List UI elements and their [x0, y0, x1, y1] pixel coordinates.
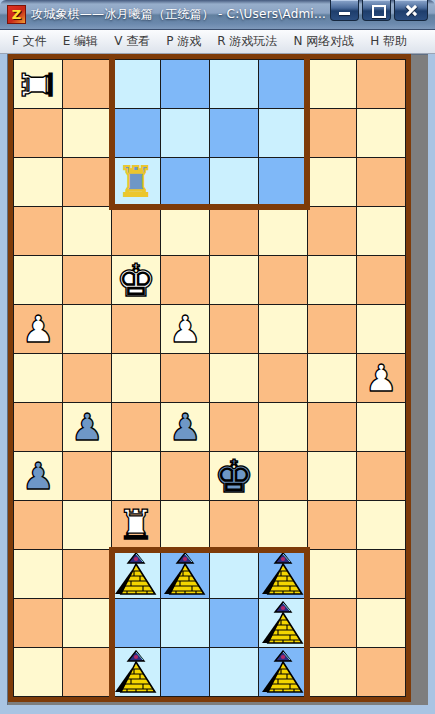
- square-r10c1[interactable]: [63, 550, 111, 598]
- square-r7c7[interactable]: [357, 403, 405, 451]
- piece-blue-pawn[interactable]: ♟: [21, 458, 54, 495]
- square-r8c2[interactable]: [112, 452, 160, 500]
- pyramid-piece[interactable]: [163, 552, 207, 596]
- square-r6c1[interactable]: [63, 354, 111, 402]
- square-r4c7[interactable]: [357, 256, 405, 304]
- square-r5c3[interactable]: ♟: [161, 305, 209, 353]
- square-r7c2[interactable]: [112, 403, 160, 451]
- menu-edit[interactable]: E 编辑: [55, 30, 106, 53]
- piece-white-pawn[interactable]: ♟: [168, 311, 201, 348]
- square-r8c3[interactable]: [161, 452, 209, 500]
- square-r0c7[interactable]: [357, 60, 405, 108]
- square-r7c3[interactable]: ♟: [161, 403, 209, 451]
- square-r8c7[interactable]: [357, 452, 405, 500]
- menu-rules[interactable]: R 游戏玩法: [209, 30, 285, 53]
- square-r11c0[interactable]: [14, 599, 62, 647]
- square-r8c6[interactable]: [308, 452, 356, 500]
- square-r10c3[interactable]: [161, 550, 209, 598]
- square-r5c7[interactable]: [357, 305, 405, 353]
- square-r2c2[interactable]: ♜: [112, 158, 160, 206]
- square-r12c4[interactable]: [210, 648, 258, 696]
- piece-white-rook-sideways[interactable]: ♜: [17, 66, 58, 103]
- minimize-button[interactable]: [330, 0, 359, 21]
- square-r12c6[interactable]: [308, 648, 356, 696]
- square-r11c6[interactable]: [308, 599, 356, 647]
- window-title: 攻城象棋——冰月曦篇（正统篇） - C:\Users\Admi...: [31, 6, 326, 23]
- square-r1c2[interactable]: [112, 109, 160, 157]
- menu-file[interactable]: F 文件: [4, 30, 55, 53]
- app-window: Z 攻城象棋——冰月曦篇（正统篇） - C:\Users\Admi... F 文…: [0, 0, 435, 714]
- square-r11c1[interactable]: [63, 599, 111, 647]
- square-r4c3[interactable]: [161, 256, 209, 304]
- title-bar[interactable]: Z 攻城象棋——冰月曦篇（正统篇） - C:\Users\Admi...: [0, 0, 435, 30]
- square-r0c1[interactable]: [63, 60, 111, 108]
- piece-blue-pawn[interactable]: ♟: [70, 409, 103, 446]
- square-r4c2[interactable]: ♚: [112, 256, 160, 304]
- piece-blue-pawn[interactable]: ♟: [168, 409, 201, 446]
- maximize-icon: [372, 5, 386, 18]
- square-r2c7[interactable]: [357, 158, 405, 206]
- square-r2c6[interactable]: [308, 158, 356, 206]
- square-r9c7[interactable]: [357, 501, 405, 549]
- square-r11c3[interactable]: [161, 599, 209, 647]
- pyramid-piece[interactable]: [114, 650, 158, 694]
- square-r11c2[interactable]: [112, 599, 160, 647]
- square-r6c4[interactable]: [210, 354, 258, 402]
- square-r2c5[interactable]: [259, 158, 307, 206]
- piece-blue-king[interactable]: ♚: [214, 454, 254, 499]
- square-r3c6[interactable]: [308, 207, 356, 255]
- pyramid-piece[interactable]: [114, 552, 158, 596]
- pyramid-piece[interactable]: [261, 552, 305, 596]
- window-controls: [330, 0, 428, 21]
- piece-blue-rook[interactable]: ♜: [118, 162, 155, 203]
- square-r6c6[interactable]: [308, 354, 356, 402]
- square-r9c1[interactable]: [63, 501, 111, 549]
- square-r5c6[interactable]: [308, 305, 356, 353]
- app-icon-letter: Z: [12, 8, 21, 21]
- square-r5c0[interactable]: ♟: [14, 305, 62, 353]
- close-button[interactable]: [394, 0, 428, 21]
- square-r3c4[interactable]: [210, 207, 258, 255]
- square-r9c3[interactable]: [161, 501, 209, 549]
- square-r6c3[interactable]: [161, 354, 209, 402]
- square-r1c5[interactable]: [259, 109, 307, 157]
- square-r2c3[interactable]: [161, 158, 209, 206]
- square-r12c7[interactable]: [357, 648, 405, 696]
- minimize-icon: [339, 12, 350, 15]
- square-r9c0[interactable]: [14, 501, 62, 549]
- square-r8c0[interactable]: ♟: [14, 452, 62, 500]
- square-r5c2[interactable]: [112, 305, 160, 353]
- square-r12c5[interactable]: [259, 648, 307, 696]
- square-r0c4[interactable]: [210, 60, 258, 108]
- square-r0c0[interactable]: ♜: [14, 60, 62, 108]
- square-r8c5[interactable]: [259, 452, 307, 500]
- square-r7c5[interactable]: [259, 403, 307, 451]
- square-r2c4[interactable]: [210, 158, 258, 206]
- square-r1c4[interactable]: [210, 109, 258, 157]
- square-r6c7[interactable]: ♟: [357, 354, 405, 402]
- square-r9c6[interactable]: [308, 501, 356, 549]
- square-r3c5[interactable]: [259, 207, 307, 255]
- app-icon: Z: [7, 5, 26, 24]
- piece-white-king[interactable]: ♚: [116, 258, 156, 303]
- square-r10c4[interactable]: [210, 550, 258, 598]
- square-r12c3[interactable]: [161, 648, 209, 696]
- square-r0c2[interactable]: [112, 60, 160, 108]
- square-r10c0[interactable]: [14, 550, 62, 598]
- square-r11c5[interactable]: [259, 599, 307, 647]
- pyramid-piece[interactable]: [261, 650, 305, 694]
- square-r4c0[interactable]: [14, 256, 62, 304]
- square-r1c0[interactable]: [14, 109, 62, 157]
- piece-white-rook[interactable]: ♜: [118, 505, 155, 546]
- menu-bar: F 文件 E 编辑 V 查看 P 游戏 R 游戏玩法 N 网络对战 H 帮助: [0, 30, 435, 54]
- square-r1c1[interactable]: [63, 109, 111, 157]
- piece-white-pawn[interactable]: ♟: [21, 311, 54, 348]
- menu-help[interactable]: H 帮助: [362, 30, 415, 53]
- square-r7c1[interactable]: ♟: [63, 403, 111, 451]
- square-r1c3[interactable]: [161, 109, 209, 157]
- square-r9c5[interactable]: [259, 501, 307, 549]
- square-r3c0[interactable]: [14, 207, 62, 255]
- close-icon: [395, 0, 427, 20]
- square-r10c2[interactable]: [112, 550, 160, 598]
- square-r3c2[interactable]: [112, 207, 160, 255]
- piece-white-pawn[interactable]: ♟: [364, 360, 397, 397]
- menu-game[interactable]: P 游戏: [158, 30, 209, 53]
- square-r2c1[interactable]: [63, 158, 111, 206]
- square-r9c4[interactable]: [210, 501, 258, 549]
- square-r3c3[interactable]: [161, 207, 209, 255]
- square-r5c4[interactable]: [210, 305, 258, 353]
- square-r6c5[interactable]: [259, 354, 307, 402]
- square-r8c4[interactable]: ♚: [210, 452, 258, 500]
- square-r7c0[interactable]: [14, 403, 62, 451]
- board-grid: ♜♜♚♟♟♟♟♟♟♚♜: [13, 59, 406, 697]
- client-area: ♜♜♚♟♟♟♟♟♟♚♜: [7, 54, 428, 705]
- square-r12c1[interactable]: [63, 648, 111, 696]
- square-r5c5[interactable]: [259, 305, 307, 353]
- square-r1c7[interactable]: [357, 109, 405, 157]
- game-board: ♜♜♚♟♟♟♟♟♟♚♜: [8, 54, 411, 702]
- square-r11c4[interactable]: [210, 599, 258, 647]
- square-r4c1[interactable]: [63, 256, 111, 304]
- square-r3c7[interactable]: [357, 207, 405, 255]
- square-r4c6[interactable]: [308, 256, 356, 304]
- square-r0c6[interactable]: [308, 60, 356, 108]
- square-r9c2[interactable]: ♜: [112, 501, 160, 549]
- square-r7c6[interactable]: [308, 403, 356, 451]
- square-r3c1[interactable]: [63, 207, 111, 255]
- square-r8c1[interactable]: [63, 452, 111, 500]
- square-r11c7[interactable]: [357, 599, 405, 647]
- square-r10c5[interactable]: [259, 550, 307, 598]
- square-r7c4[interactable]: [210, 403, 258, 451]
- square-r4c4[interactable]: [210, 256, 258, 304]
- pyramid-piece[interactable]: [261, 601, 305, 645]
- menu-view[interactable]: V 查看: [106, 30, 158, 53]
- square-r6c2[interactable]: [112, 354, 160, 402]
- square-r12c0[interactable]: [14, 648, 62, 696]
- square-r2c0[interactable]: [14, 158, 62, 206]
- square-r4c5[interactable]: [259, 256, 307, 304]
- square-r6c0[interactable]: [14, 354, 62, 402]
- square-r12c2[interactable]: [112, 648, 160, 696]
- window-frame: ♜♜♚♟♟♟♟♟♟♚♜: [0, 54, 435, 714]
- menu-network[interactable]: N 网络对战: [285, 30, 362, 53]
- square-r5c1[interactable]: [63, 305, 111, 353]
- square-r0c3[interactable]: [161, 60, 209, 108]
- square-r10c7[interactable]: [357, 550, 405, 598]
- maximize-button[interactable]: [362, 0, 391, 21]
- square-r10c6[interactable]: [308, 550, 356, 598]
- square-r1c6[interactable]: [308, 109, 356, 157]
- square-r0c5[interactable]: [259, 60, 307, 108]
